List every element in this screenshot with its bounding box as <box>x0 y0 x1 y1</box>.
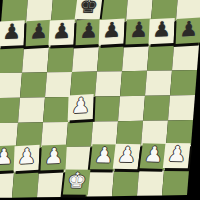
square-c4[interactable] <box>43 97 70 122</box>
square-f7[interactable]: ♟ <box>124 21 151 46</box>
black-pawn-piece[interactable]: ♟ <box>2 21 22 43</box>
square-f6[interactable] <box>122 46 149 71</box>
square-f4[interactable] <box>118 96 145 121</box>
piece-tile: ♚ <box>75 0 103 20</box>
square-e1[interactable] <box>87 171 114 196</box>
square-h2[interactable]: ♟ <box>164 145 191 170</box>
square-b4[interactable] <box>18 97 45 122</box>
square-g1[interactable] <box>137 170 164 195</box>
piece-tile: ♟ <box>113 144 141 169</box>
chess-board-viewport: ♚♟♟♟♟♟♟♟♟♟♟♟♟♟♟♟♟♚ <box>0 0 200 200</box>
square-b7[interactable]: ♟ <box>24 22 51 47</box>
piece-tile: ♟ <box>14 145 40 171</box>
piece-tile: ♟ <box>149 18 175 44</box>
square-a7[interactable]: ♟ <box>0 23 26 48</box>
white-pawn-piece[interactable]: ♟ <box>143 144 164 166</box>
black-pawn-piece[interactable]: ♟ <box>152 19 172 41</box>
square-e7[interactable]: ♟ <box>99 21 126 46</box>
piece-tile: ♟ <box>176 17 200 43</box>
square-e5[interactable] <box>95 71 122 96</box>
square-a5[interactable] <box>0 73 22 98</box>
square-c5[interactable] <box>45 72 72 97</box>
square-d3[interactable] <box>66 122 93 147</box>
square-h1[interactable] <box>162 170 189 195</box>
black-pawn-piece[interactable]: ♟ <box>79 20 99 42</box>
square-b1[interactable] <box>12 172 39 197</box>
square-f2[interactable]: ♟ <box>114 146 141 171</box>
white-pawn-piece[interactable]: ♟ <box>0 146 14 168</box>
piece-tile: ♟ <box>40 145 66 171</box>
square-d1[interactable]: ♚ <box>62 172 89 197</box>
black-pawn-piece[interactable]: ♟ <box>102 20 122 42</box>
white-pawn-piece[interactable]: ♟ <box>17 146 37 168</box>
square-d7[interactable]: ♟ <box>74 22 101 47</box>
square-g4[interactable] <box>143 95 170 120</box>
square-e6[interactable] <box>97 46 124 71</box>
black-pawn-piece[interactable]: ♟ <box>52 21 72 43</box>
piece-tile: ♟ <box>0 20 25 46</box>
square-b6[interactable] <box>22 47 49 72</box>
square-h5[interactable] <box>170 70 197 95</box>
piece-tile: ♟ <box>99 19 125 45</box>
square-b5[interactable] <box>20 72 47 97</box>
square-f1[interactable] <box>112 171 139 196</box>
chess-board: ♚♟♟♟♟♟♟♟♟♟♟♟♟♟♟♟♟♚ <box>0 0 200 198</box>
white-pawn-piece[interactable]: ♟ <box>166 144 187 165</box>
piece-tile: ♟ <box>68 94 94 120</box>
white-pawn-piece[interactable]: ♟ <box>116 145 137 166</box>
piece-tile: ♟ <box>163 143 191 168</box>
black-pawn-piece[interactable]: ♟ <box>29 21 49 43</box>
square-a4[interactable] <box>0 98 20 123</box>
piece-tile: ♚ <box>63 170 91 195</box>
square-g5[interactable] <box>145 70 172 95</box>
piece-tile: ♟ <box>48 20 74 46</box>
square-g7[interactable]: ♟ <box>149 20 176 45</box>
white-pawn-piece[interactable]: ♟ <box>93 145 114 166</box>
square-c7[interactable]: ♟ <box>49 22 76 47</box>
square-c1[interactable] <box>37 172 64 197</box>
black-pawn-piece[interactable]: ♟ <box>179 19 199 41</box>
black-king-piece[interactable]: ♚ <box>78 0 99 17</box>
square-d4[interactable]: ♟ <box>68 97 95 122</box>
black-pawn-piece[interactable]: ♟ <box>129 20 149 42</box>
square-h7[interactable]: ♟ <box>174 20 200 45</box>
square-h4[interactable] <box>168 95 195 120</box>
white-pawn-piece[interactable]: ♟ <box>71 95 91 117</box>
white-pawn-piece[interactable]: ♟ <box>44 146 64 168</box>
square-f5[interactable] <box>120 71 147 96</box>
white-king-piece[interactable]: ♚ <box>66 171 87 192</box>
square-a6[interactable] <box>0 48 24 73</box>
square-e4[interactable] <box>93 96 120 121</box>
square-c2[interactable]: ♟ <box>39 147 66 172</box>
square-d6[interactable] <box>72 47 99 72</box>
square-h6[interactable] <box>172 45 199 70</box>
square-b2[interactable]: ♟ <box>14 147 41 172</box>
square-g6[interactable] <box>147 45 174 70</box>
square-c6[interactable] <box>47 47 74 72</box>
